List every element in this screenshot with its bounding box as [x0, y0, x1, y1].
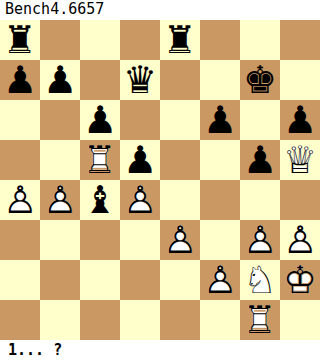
white-rook-icon: ♖ [80, 140, 120, 180]
square-g7[interactable]: ♚ [240, 60, 280, 100]
square-a4[interactable]: ♟♙ [0, 180, 40, 220]
square-f6[interactable]: ♟ [200, 100, 240, 140]
square-h5[interactable]: ♛♕ [280, 140, 320, 180]
white-pawn-icon: ♙ [240, 220, 280, 260]
square-h4[interactable] [280, 180, 320, 220]
black-queen-icon: ♛ [120, 60, 160, 100]
square-g3[interactable]: ♟♙ [240, 220, 280, 260]
white-pawn-fill: ♟ [0, 180, 40, 220]
square-e5[interactable] [160, 140, 200, 180]
square-a5[interactable] [0, 140, 40, 180]
white-pawn-fill: ♟ [240, 220, 280, 260]
black-rook-icon: ♜ [0, 20, 40, 60]
square-g1[interactable]: ♜♖ [240, 300, 280, 340]
square-c4[interactable]: ♝ [80, 180, 120, 220]
square-g8[interactable] [240, 20, 280, 60]
black-pawn-icon: ♟ [240, 140, 280, 180]
white-pawn-icon: ♙ [0, 180, 40, 220]
square-a1[interactable] [0, 300, 40, 340]
square-e3[interactable]: ♟♙ [160, 220, 200, 260]
square-d8[interactable] [120, 20, 160, 60]
black-rook-icon: ♜ [160, 20, 200, 60]
square-b7[interactable]: ♟ [40, 60, 80, 100]
square-d2[interactable] [120, 260, 160, 300]
white-pawn-fill: ♟ [160, 220, 200, 260]
black-pawn-icon: ♟ [280, 100, 320, 140]
square-b1[interactable] [40, 300, 80, 340]
white-rook-fill: ♜ [80, 140, 120, 180]
square-a3[interactable] [0, 220, 40, 260]
square-h1[interactable] [280, 300, 320, 340]
square-a7[interactable]: ♟ [0, 60, 40, 100]
white-knight-icon: ♘ [240, 260, 280, 300]
square-f7[interactable] [200, 60, 240, 100]
white-pawn-icon: ♙ [160, 220, 200, 260]
black-king-icon: ♚ [240, 60, 280, 100]
black-pawn-icon: ♟ [40, 60, 80, 100]
black-pawn-icon: ♟ [200, 100, 240, 140]
square-c8[interactable] [80, 20, 120, 60]
white-pawn-icon: ♙ [280, 220, 320, 260]
square-e4[interactable] [160, 180, 200, 220]
square-b5[interactable] [40, 140, 80, 180]
white-queen-icon: ♕ [280, 140, 320, 180]
white-pawn-fill: ♟ [120, 180, 160, 220]
square-b6[interactable] [40, 100, 80, 140]
square-h8[interactable] [280, 20, 320, 60]
square-h2[interactable]: ♚♔ [280, 260, 320, 300]
white-knight-fill: ♞ [240, 260, 280, 300]
square-g4[interactable] [240, 180, 280, 220]
square-d5[interactable]: ♟ [120, 140, 160, 180]
square-f1[interactable] [200, 300, 240, 340]
square-c1[interactable] [80, 300, 120, 340]
white-pawn-fill: ♟ [200, 260, 240, 300]
square-f2[interactable]: ♟♙ [200, 260, 240, 300]
white-king-fill: ♚ [280, 260, 320, 300]
chess-diagram-window: Bench4.6657 ♜♜♟♟♛♚♟♟♟♜♖♟♟♛♕♟♙♟♙♝♟♙♟♙♟♙♟♙… [0, 0, 320, 360]
white-king-icon: ♔ [280, 260, 320, 300]
chess-board: ♜♜♟♟♛♚♟♟♟♜♖♟♟♛♕♟♙♟♙♝♟♙♟♙♟♙♟♙♟♙♞♘♚♔♜♖ [0, 20, 320, 340]
square-h6[interactable]: ♟ [280, 100, 320, 140]
square-h3[interactable]: ♟♙ [280, 220, 320, 260]
square-c3[interactable] [80, 220, 120, 260]
square-b3[interactable] [40, 220, 80, 260]
square-d3[interactable] [120, 220, 160, 260]
square-d4[interactable]: ♟♙ [120, 180, 160, 220]
black-pawn-icon: ♟ [80, 100, 120, 140]
square-e8[interactable]: ♜ [160, 20, 200, 60]
white-pawn-icon: ♙ [120, 180, 160, 220]
square-c5[interactable]: ♜♖ [80, 140, 120, 180]
white-pawn-fill: ♟ [40, 180, 80, 220]
engine-title: Bench4.6657 [0, 0, 320, 20]
square-a2[interactable] [0, 260, 40, 300]
square-f8[interactable] [200, 20, 240, 60]
square-f3[interactable] [200, 220, 240, 260]
square-a6[interactable] [0, 100, 40, 140]
square-c6[interactable]: ♟ [80, 100, 120, 140]
square-f4[interactable] [200, 180, 240, 220]
square-e6[interactable] [160, 100, 200, 140]
square-g6[interactable] [240, 100, 280, 140]
square-c7[interactable] [80, 60, 120, 100]
white-pawn-icon: ♙ [200, 260, 240, 300]
square-d1[interactable] [120, 300, 160, 340]
square-d7[interactable]: ♛ [120, 60, 160, 100]
white-rook-icon: ♖ [240, 300, 280, 340]
square-b8[interactable] [40, 20, 80, 60]
black-pawn-icon: ♟ [0, 60, 40, 100]
black-bishop-icon: ♝ [80, 180, 120, 220]
square-e2[interactable] [160, 260, 200, 300]
square-c2[interactable] [80, 260, 120, 300]
square-a8[interactable]: ♜ [0, 20, 40, 60]
white-rook-fill: ♜ [240, 300, 280, 340]
move-prompt: 1... ? [0, 340, 320, 360]
square-f5[interactable] [200, 140, 240, 180]
square-b4[interactable]: ♟♙ [40, 180, 80, 220]
white-queen-fill: ♛ [280, 140, 320, 180]
square-g5[interactable]: ♟ [240, 140, 280, 180]
square-h7[interactable] [280, 60, 320, 100]
white-pawn-icon: ♙ [40, 180, 80, 220]
square-e1[interactable] [160, 300, 200, 340]
square-e7[interactable] [160, 60, 200, 100]
square-b2[interactable] [40, 260, 80, 300]
white-pawn-fill: ♟ [280, 220, 320, 260]
square-d6[interactable] [120, 100, 160, 140]
square-g2[interactable]: ♞♘ [240, 260, 280, 300]
black-pawn-icon: ♟ [120, 140, 160, 180]
